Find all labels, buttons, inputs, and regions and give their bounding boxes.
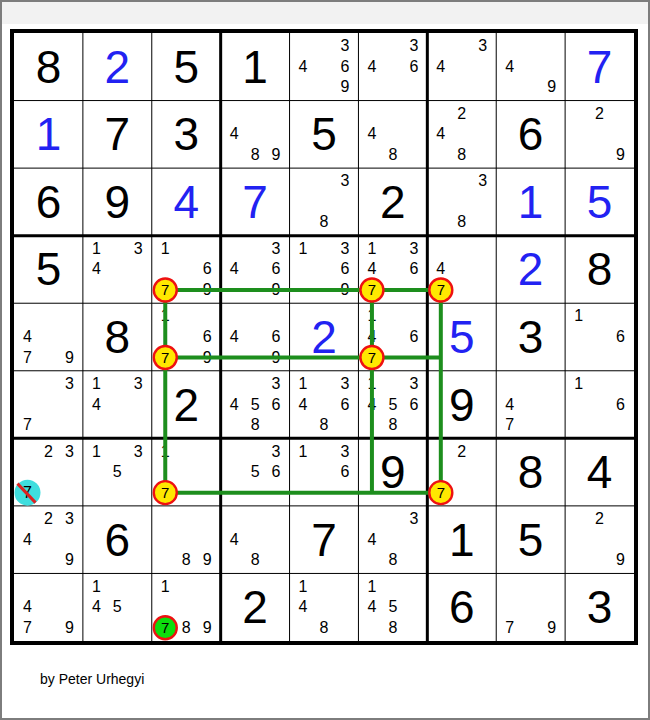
pencil-9 xyxy=(266,415,287,436)
pencil-9: 9 xyxy=(266,280,287,301)
pencil-7: 7 xyxy=(17,415,38,436)
pencil-4 xyxy=(568,394,589,415)
pencil-2 xyxy=(382,104,403,125)
pencil-3 xyxy=(59,306,80,327)
cell-r7c7[interactable]: 27 xyxy=(427,438,496,506)
pencil-5: 5 xyxy=(107,597,128,618)
pencil-8: 8 xyxy=(382,145,403,166)
pencil-1 xyxy=(430,104,451,125)
cell-r8c8[interactable]: 5 xyxy=(496,506,565,574)
pencil-6 xyxy=(197,529,218,550)
cell-r1c5[interactable]: 3469 xyxy=(290,33,359,101)
pencil-7 xyxy=(224,145,245,166)
pencil-7 xyxy=(568,550,589,571)
pencil-6: 6 xyxy=(403,394,424,415)
solved-digit: 1 xyxy=(14,101,83,169)
pencil-2: 2 xyxy=(38,509,59,530)
pencil-1 xyxy=(293,36,314,57)
cell-r2c2[interactable]: 7 xyxy=(83,101,152,169)
pencil-1 xyxy=(155,509,176,530)
pencil-8 xyxy=(382,77,403,98)
pencil-6 xyxy=(266,529,287,550)
pencil-1 xyxy=(293,171,314,192)
cell-r7c8[interactable]: 8 xyxy=(496,438,565,506)
cell-r4c8[interactable]: 2 xyxy=(496,236,565,304)
pencil-3 xyxy=(541,576,562,597)
pencil-4: 4 xyxy=(17,529,38,550)
pencil-4: 4 xyxy=(17,327,38,348)
pencil-7 xyxy=(430,77,451,98)
pencil-5 xyxy=(520,394,541,415)
pencil-1 xyxy=(568,104,589,125)
pencil-1 xyxy=(499,36,520,57)
pencil-9: 9 xyxy=(59,347,80,368)
pencil-marks: 34 xyxy=(430,36,493,98)
cell-r6c5[interactable]: 13468 xyxy=(290,371,359,439)
pencil-3: 3 xyxy=(128,441,149,462)
pencil-7: 7 xyxy=(430,280,451,301)
cell-r5c5[interactable]: 2 xyxy=(290,303,359,371)
pencil-marks: 1679 xyxy=(155,239,218,301)
solved-digit: 2 xyxy=(152,371,221,439)
cell-r1c9[interactable]: 7 xyxy=(565,33,634,101)
pencil-6: 6 xyxy=(266,462,287,483)
pencil-7 xyxy=(293,482,314,503)
cell-r8c6[interactable]: 348 xyxy=(358,506,427,574)
pencil-3 xyxy=(197,239,218,260)
cell-r3c2[interactable]: 9 xyxy=(83,168,152,236)
pencil-marks: 13468 xyxy=(293,374,356,436)
pencil-marks: 89 xyxy=(155,509,218,571)
cell-r7c1[interactable]: 237 xyxy=(14,438,83,506)
cell-r4c2[interactable]: 134 xyxy=(83,236,152,304)
cell-r7c9[interactable]: 4 xyxy=(565,438,634,506)
cell-r1c6[interactable]: 346 xyxy=(358,33,427,101)
pencil-1: 1 xyxy=(568,306,589,327)
cell-r2c3[interactable]: 3 xyxy=(152,101,221,169)
cell-r1c7[interactable]: 34 xyxy=(427,33,496,101)
cell-r1c1[interactable]: 8 xyxy=(14,33,83,101)
pencil-2 xyxy=(245,306,266,327)
pencil-3 xyxy=(403,576,424,597)
pencil-2: 2 xyxy=(589,509,610,530)
cell-r7c4[interactable]: 356 xyxy=(221,438,290,506)
pencil-marks: 27 xyxy=(430,441,493,503)
pencil-4: 4 xyxy=(499,57,520,78)
cell-r8c7[interactable]: 1 xyxy=(427,506,496,574)
pencil-6: 6 xyxy=(334,259,355,280)
cell-r1c3[interactable]: 5 xyxy=(152,33,221,101)
pencil-7: 7 xyxy=(499,415,520,436)
cell-r1c8[interactable]: 49 xyxy=(496,33,565,101)
pencil-3 xyxy=(197,509,218,530)
cell-r4c1[interactable]: 5 xyxy=(14,236,83,304)
cell-r9c5[interactable]: 148 xyxy=(290,573,359,641)
pencil-5 xyxy=(38,597,59,618)
pencil-1 xyxy=(361,104,382,125)
pencil-6: 6 xyxy=(266,394,287,415)
pencil-1 xyxy=(17,306,38,327)
pencil-1 xyxy=(224,306,245,327)
pencil-4 xyxy=(293,259,314,280)
pencil-4 xyxy=(17,394,38,415)
cell-r7c3[interactable]: 17 xyxy=(152,438,221,506)
pencil-2 xyxy=(382,306,403,327)
pencil-8 xyxy=(314,77,335,98)
pencil-3 xyxy=(610,374,631,395)
pencil-marks: 3469 xyxy=(224,239,287,301)
pencil-4: 4 xyxy=(361,597,382,618)
solved-digit: 9 xyxy=(83,168,152,236)
pencil-5 xyxy=(451,124,472,145)
cell-r6c9[interactable]: 16 xyxy=(565,371,634,439)
pencil-2 xyxy=(176,239,197,260)
cell-r7c6[interactable]: 9 xyxy=(358,438,427,506)
pencil-7 xyxy=(568,347,589,368)
pencil-marks: 134 xyxy=(86,239,149,301)
pencil-4: 4 xyxy=(361,327,382,348)
cell-r5c6[interactable]: 1467 xyxy=(358,303,427,371)
pencil-7 xyxy=(430,212,451,233)
cell-r5c9[interactable]: 16 xyxy=(565,303,634,371)
cell-r6c2[interactable]: 134 xyxy=(83,371,152,439)
solved-digit: 5 xyxy=(565,168,634,236)
pencil-3: 3 xyxy=(128,239,149,260)
pencil-2 xyxy=(38,576,59,597)
pencil-marks: 47 xyxy=(499,374,562,436)
pencil-4: 4 xyxy=(224,529,245,550)
solved-digit: 2 xyxy=(83,33,152,101)
cell-r4c7[interactable]: 47 xyxy=(427,236,496,304)
pencil-4 xyxy=(155,529,176,550)
pencil-1 xyxy=(499,374,520,395)
cell-r8c3[interactable]: 89 xyxy=(152,506,221,574)
cell-r4c9[interactable]: 8 xyxy=(565,236,634,304)
pencil-3 xyxy=(128,576,149,597)
pencil-9 xyxy=(266,550,287,571)
cell-r3c5[interactable]: 38 xyxy=(290,168,359,236)
solved-digit: 8 xyxy=(83,303,152,371)
cell-r2c8[interactable]: 6 xyxy=(496,101,565,169)
pencil-5 xyxy=(382,327,403,348)
pencil-1: 1 xyxy=(86,441,107,462)
pencil-marks: 47 xyxy=(430,239,493,301)
pencil-5 xyxy=(38,462,59,483)
cell-r6c4[interactable]: 34568 xyxy=(221,371,290,439)
pencil-4: 4 xyxy=(86,259,107,280)
cell-r4c5[interactable]: 1369 xyxy=(290,236,359,304)
pencil-8 xyxy=(245,482,266,503)
pencil-8 xyxy=(589,347,610,368)
pencil-2 xyxy=(520,576,541,597)
pencil-marks: 479 xyxy=(17,576,80,638)
pencil-marks: 29 xyxy=(568,104,631,166)
pencil-5 xyxy=(451,462,472,483)
pencil-9 xyxy=(610,415,631,436)
pencil-7 xyxy=(86,415,107,436)
pencil-1: 1 xyxy=(155,306,176,327)
pencil-7: 7 xyxy=(155,482,176,503)
pencil-3 xyxy=(197,576,218,597)
pencil-9 xyxy=(472,212,493,233)
pencil-3 xyxy=(541,36,562,57)
cell-r6c1[interactable]: 37 xyxy=(14,371,83,439)
cell-r7c5[interactable]: 136 xyxy=(290,438,359,506)
cell-r2c7[interactable]: 248 xyxy=(427,101,496,169)
pencil-5 xyxy=(520,57,541,78)
cell-r5c1[interactable]: 479 xyxy=(14,303,83,371)
pencil-8 xyxy=(176,347,197,368)
sudoku-board[interactable]: 8251346934634497173489548248629694738238… xyxy=(10,29,638,645)
pencil-marks: 17 xyxy=(155,441,218,503)
pencil-6: 6 xyxy=(334,57,355,78)
pencil-3 xyxy=(610,509,631,530)
pencil-5 xyxy=(245,529,266,550)
pencil-8: 8 xyxy=(176,617,197,638)
pencil-2 xyxy=(38,374,59,395)
pencil-1: 1 xyxy=(361,239,382,260)
pencil-marks: 3469 xyxy=(293,36,356,98)
pencil-2 xyxy=(314,374,335,395)
pencil-1 xyxy=(224,374,245,395)
pencil-marks: 136 xyxy=(293,441,356,503)
cell-r2c9[interactable]: 29 xyxy=(565,101,634,169)
pencil-9 xyxy=(610,347,631,368)
solved-digit: 8 xyxy=(496,438,565,506)
cell-r4c4[interactable]: 3469 xyxy=(221,236,290,304)
cell-r9c8[interactable]: 79 xyxy=(496,573,565,641)
pencil-marks: 1679 xyxy=(155,306,218,368)
cell-r8c9[interactable]: 29 xyxy=(565,506,634,574)
pencil-4: 4 xyxy=(361,124,382,145)
pencil-2 xyxy=(382,239,403,260)
pencil-7: 7 xyxy=(155,617,176,638)
pencil-marks: 348 xyxy=(361,509,424,571)
pencil-6: 6 xyxy=(266,327,287,348)
cell-r6c7[interactable]: 9 xyxy=(427,371,496,439)
pencil-1 xyxy=(17,576,38,597)
pencil-5 xyxy=(314,192,335,213)
cell-r4c3[interactable]: 1679 xyxy=(152,236,221,304)
cell-r5c8[interactable]: 3 xyxy=(496,303,565,371)
pencil-8 xyxy=(382,280,403,301)
pencil-6: 6 xyxy=(334,462,355,483)
pencil-6 xyxy=(128,259,149,280)
solved-digit: 6 xyxy=(496,101,565,169)
pencil-5 xyxy=(176,529,197,550)
pencil-6: 6 xyxy=(197,259,218,280)
pencil-6 xyxy=(403,529,424,550)
pencil-1: 1 xyxy=(86,239,107,260)
pencil-9: 9 xyxy=(59,550,80,571)
solved-digit: 1 xyxy=(221,33,290,101)
pencil-9 xyxy=(403,145,424,166)
cell-r8c4[interactable]: 48 xyxy=(221,506,290,574)
pencil-8 xyxy=(38,617,59,638)
pencil-6 xyxy=(541,597,562,618)
pencil-9: 9 xyxy=(610,550,631,571)
cell-r8c2[interactable]: 6 xyxy=(83,506,152,574)
pencil-1: 1 xyxy=(361,374,382,395)
solved-digit: 3 xyxy=(565,573,634,641)
pencil-9 xyxy=(403,280,424,301)
pencil-2 xyxy=(451,36,472,57)
solved-digit: 3 xyxy=(496,303,565,371)
pencil-3 xyxy=(266,306,287,327)
pencil-8: 8 xyxy=(451,212,472,233)
pencil-7: 7 xyxy=(361,280,382,301)
pencil-6: 6 xyxy=(610,394,631,415)
pencil-marks: 135 xyxy=(86,441,149,503)
cell-r1c2[interactable]: 2 xyxy=(83,33,152,101)
pencil-9 xyxy=(128,482,149,503)
cell-r5c4[interactable]: 469 xyxy=(221,303,290,371)
cell-r1c4[interactable]: 1 xyxy=(221,33,290,101)
pencil-6 xyxy=(610,124,631,145)
pencil-8 xyxy=(176,280,197,301)
cell-r3c9[interactable]: 5 xyxy=(565,168,634,236)
cell-r9c4[interactable]: 2 xyxy=(221,573,290,641)
cell-r5c3[interactable]: 1679 xyxy=(152,303,221,371)
pencil-3 xyxy=(610,306,631,327)
pencil-1 xyxy=(499,576,520,597)
cell-r3c4[interactable]: 7 xyxy=(221,168,290,236)
pencil-marks: 1467 xyxy=(361,306,424,368)
pencil-2 xyxy=(314,576,335,597)
cell-r4c6[interactable]: 13467 xyxy=(358,236,427,304)
pencil-marks: 1369 xyxy=(293,239,356,301)
pencil-8: 8 xyxy=(314,617,335,638)
solved-digit: 7 xyxy=(221,168,290,236)
cell-r3c6[interactable]: 2 xyxy=(358,168,427,236)
pencil-9 xyxy=(334,212,355,233)
pencil-7 xyxy=(568,145,589,166)
pencil-2 xyxy=(314,36,335,57)
cell-r8c5[interactable]: 7 xyxy=(290,506,359,574)
solved-digit: 2 xyxy=(496,236,565,304)
pencil-5: 5 xyxy=(382,394,403,415)
pencil-marks: 134568 xyxy=(361,374,424,436)
cell-r2c6[interactable]: 48 xyxy=(358,101,427,169)
pencil-5: 5 xyxy=(245,462,266,483)
pencil-6: 6 xyxy=(403,259,424,280)
pencil-4 xyxy=(293,192,314,213)
cell-r6c6[interactable]: 134568 xyxy=(358,371,427,439)
pencil-5 xyxy=(176,327,197,348)
cell-r8c1[interactable]: 2349 xyxy=(14,506,83,574)
cell-r3c7[interactable]: 38 xyxy=(427,168,496,236)
cell-r9c7[interactable]: 6 xyxy=(427,573,496,641)
pencil-8 xyxy=(245,347,266,368)
pencil-8: 8 xyxy=(245,415,266,436)
pencil-6 xyxy=(59,327,80,348)
pencil-7: 7 xyxy=(17,347,38,368)
cell-r7c2[interactable]: 135 xyxy=(83,438,152,506)
pencil-5 xyxy=(382,259,403,280)
pencil-6 xyxy=(59,462,80,483)
cell-r3c8[interactable]: 1 xyxy=(496,168,565,236)
pencil-2 xyxy=(107,576,128,597)
pencil-3: 3 xyxy=(59,374,80,395)
cell-r6c3[interactable]: 2 xyxy=(152,371,221,439)
pencil-5 xyxy=(382,57,403,78)
pencil-6 xyxy=(128,462,149,483)
pencil-4: 4 xyxy=(17,597,38,618)
pencil-2 xyxy=(382,374,403,395)
pencil-3: 3 xyxy=(266,441,287,462)
pencil-7 xyxy=(293,617,314,638)
cell-r9c1[interactable]: 479 xyxy=(14,573,83,641)
pencil-6 xyxy=(610,529,631,550)
pencil-4 xyxy=(155,327,176,348)
pencil-5 xyxy=(314,597,335,618)
pencil-4: 4 xyxy=(430,124,451,145)
pencil-1: 1 xyxy=(86,374,107,395)
cell-r3c3[interactable]: 4 xyxy=(152,168,221,236)
pencil-8: 8 xyxy=(451,145,472,166)
solved-digit: 3 xyxy=(152,101,221,169)
pencil-8 xyxy=(245,280,266,301)
pencil-2 xyxy=(589,306,610,327)
cell-r2c5[interactable]: 5 xyxy=(290,101,359,169)
pencil-6 xyxy=(59,529,80,550)
cell-r2c1[interactable]: 1 xyxy=(14,101,83,169)
solved-digit: 7 xyxy=(83,101,152,169)
cell-r9c3[interactable]: 1789 xyxy=(152,573,221,641)
cell-r5c7[interactable]: 5 xyxy=(427,303,496,371)
pencil-3: 3 xyxy=(334,171,355,192)
cell-r6c8[interactable]: 47 xyxy=(496,371,565,439)
sudoku-page: 8251346934634497173489548248629694738238… xyxy=(0,0,650,720)
pencil-3: 3 xyxy=(334,441,355,462)
solved-digit: 2 xyxy=(221,573,290,641)
pencil-7: 7 xyxy=(499,617,520,638)
pencil-6: 6 xyxy=(334,394,355,415)
pencil-7 xyxy=(499,77,520,98)
pencil-6: 6 xyxy=(266,259,287,280)
cell-r9c6[interactable]: 1458 xyxy=(358,573,427,641)
pencil-5 xyxy=(176,259,197,280)
cell-r9c9[interactable]: 3 xyxy=(565,573,634,641)
pencil-8 xyxy=(589,550,610,571)
solved-digit: 4 xyxy=(565,438,634,506)
pencil-7: 7 xyxy=(17,617,38,638)
pencil-marks: 346 xyxy=(361,36,424,98)
solved-digit: 6 xyxy=(14,168,83,236)
pencil-5: 5 xyxy=(382,597,403,618)
pencil-3: 3 xyxy=(334,374,355,395)
pencil-7 xyxy=(293,77,314,98)
cell-r2c4[interactable]: 489 xyxy=(221,101,290,169)
pencil-2 xyxy=(589,374,610,395)
pencil-3 xyxy=(59,576,80,597)
pencil-5 xyxy=(38,529,59,550)
pencil-1: 1 xyxy=(293,239,314,260)
pencil-3: 3 xyxy=(472,36,493,57)
pencil-5: 5 xyxy=(245,394,266,415)
pencil-2 xyxy=(107,441,128,462)
pencil-1 xyxy=(17,374,38,395)
cell-r3c1[interactable]: 6 xyxy=(14,168,83,236)
pencil-5 xyxy=(107,394,128,415)
pencil-9: 9 xyxy=(541,617,562,638)
cell-r9c2[interactable]: 145 xyxy=(83,573,152,641)
pencil-6 xyxy=(403,124,424,145)
pencil-9: 9 xyxy=(266,347,287,368)
pencil-3: 3 xyxy=(403,36,424,57)
pencil-2 xyxy=(107,239,128,260)
cell-r5c2[interactable]: 8 xyxy=(83,303,152,371)
